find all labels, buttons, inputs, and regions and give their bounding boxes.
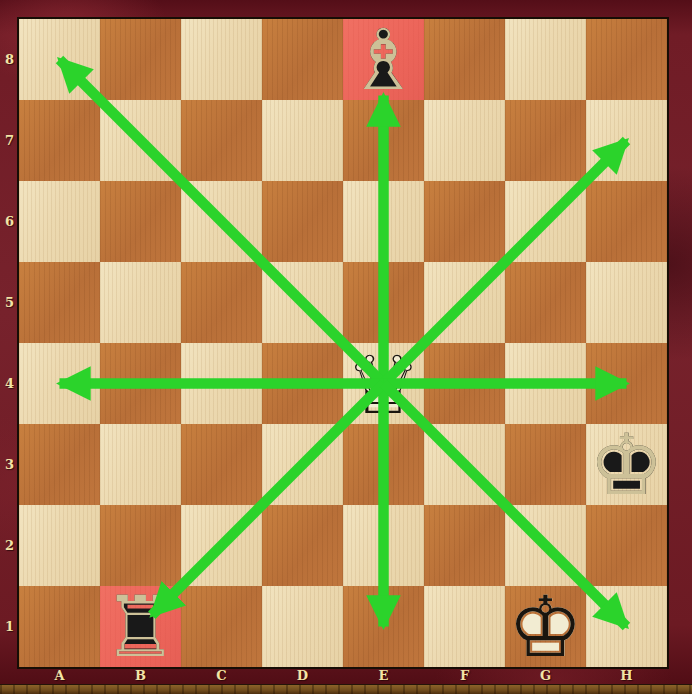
square-h8[interactable] (586, 19, 667, 100)
square-d1[interactable] (262, 586, 343, 667)
square-g2[interactable] (505, 505, 586, 586)
square-a3[interactable] (19, 424, 100, 505)
square-h6[interactable] (586, 181, 667, 262)
square-b5[interactable] (100, 262, 181, 343)
square-g4[interactable] (505, 343, 586, 424)
square-c2[interactable] (181, 505, 262, 586)
file-label-a: A (19, 666, 100, 684)
rank-labels: 87654321 (0, 19, 19, 667)
black-rook-outline: ♖ (100, 587, 181, 668)
square-a2[interactable] (19, 505, 100, 586)
board-frame: 87654321 ABCDEFGH ♝♗♛♕♚♔♜♖♚♔ (0, 0, 692, 694)
rank-label-4: 4 (0, 343, 19, 424)
square-d7[interactable] (262, 100, 343, 181)
square-a1[interactable] (19, 586, 100, 667)
square-g5[interactable] (505, 262, 586, 343)
white-queen-outline: ♕ (343, 344, 424, 425)
square-d6[interactable] (262, 181, 343, 262)
square-a7[interactable] (19, 100, 100, 181)
square-e6[interactable] (343, 181, 424, 262)
black-king-outline: ♔ (586, 425, 667, 506)
file-label-c: C (181, 666, 262, 684)
piece-black-rook-b1[interactable]: ♜♖ (100, 586, 181, 667)
square-f3[interactable] (424, 424, 505, 505)
square-d4[interactable] (262, 343, 343, 424)
square-g8[interactable] (505, 19, 586, 100)
rank-label-1: 1 (0, 586, 19, 667)
square-e3[interactable] (343, 424, 424, 505)
square-f5[interactable] (424, 262, 505, 343)
square-f2[interactable] (424, 505, 505, 586)
square-f6[interactable] (424, 181, 505, 262)
square-h7[interactable] (586, 100, 667, 181)
square-f8[interactable] (424, 19, 505, 100)
square-h1[interactable] (586, 586, 667, 667)
square-g7[interactable] (505, 100, 586, 181)
square-e5[interactable] (343, 262, 424, 343)
square-h2[interactable] (586, 505, 667, 586)
square-c8[interactable] (181, 19, 262, 100)
rank-label-5: 5 (0, 262, 19, 343)
square-b3[interactable] (100, 424, 181, 505)
table-edge (0, 684, 692, 694)
piece-black-bishop-e8[interactable]: ♝♗ (343, 19, 424, 100)
square-c3[interactable] (181, 424, 262, 505)
square-d5[interactable] (262, 262, 343, 343)
square-g6[interactable] (505, 181, 586, 262)
file-label-f: F (424, 666, 505, 684)
square-a5[interactable] (19, 262, 100, 343)
square-c1[interactable] (181, 586, 262, 667)
rank-label-3: 3 (0, 424, 19, 505)
square-d2[interactable] (262, 505, 343, 586)
square-f4[interactable] (424, 343, 505, 424)
file-label-e: E (343, 666, 424, 684)
square-d3[interactable] (262, 424, 343, 505)
white-king-outline: ♔ (505, 587, 586, 668)
square-e2[interactable] (343, 505, 424, 586)
square-c6[interactable] (181, 181, 262, 262)
rank-label-2: 2 (0, 505, 19, 586)
rank-label-6: 6 (0, 181, 19, 262)
square-d8[interactable] (262, 19, 343, 100)
square-a8[interactable] (19, 19, 100, 100)
black-bishop-outline: ♗ (343, 20, 424, 101)
square-c5[interactable] (181, 262, 262, 343)
square-a6[interactable] (19, 181, 100, 262)
square-e1[interactable] (343, 586, 424, 667)
piece-white-queen-e4[interactable]: ♛♕ (343, 343, 424, 424)
square-e7[interactable] (343, 100, 424, 181)
square-c7[interactable] (181, 100, 262, 181)
square-b4[interactable] (100, 343, 181, 424)
file-label-h: H (586, 666, 667, 684)
rank-label-8: 8 (0, 19, 19, 100)
square-b7[interactable] (100, 100, 181, 181)
square-b2[interactable] (100, 505, 181, 586)
square-h4[interactable] (586, 343, 667, 424)
square-f1[interactable] (424, 586, 505, 667)
piece-black-king-h3[interactable]: ♚♔ (586, 424, 667, 505)
square-h5[interactable] (586, 262, 667, 343)
square-b8[interactable] (100, 19, 181, 100)
piece-white-king-g1[interactable]: ♚♔ (505, 586, 586, 667)
rank-label-7: 7 (0, 100, 19, 181)
file-label-d: D (262, 666, 343, 684)
square-c4[interactable] (181, 343, 262, 424)
square-a4[interactable] (19, 343, 100, 424)
square-g3[interactable] (505, 424, 586, 505)
square-b6[interactable] (100, 181, 181, 262)
square-f7[interactable] (424, 100, 505, 181)
